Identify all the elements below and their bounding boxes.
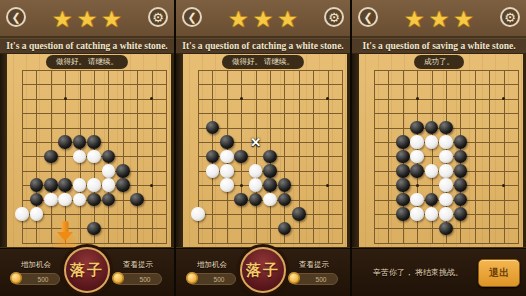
black-stone bbox=[396, 178, 410, 192]
panel-2: ❮ ★★★ ⚙ It's a question of catching a wh… bbox=[176, 0, 352, 296]
place-stone-label: 落子 bbox=[246, 261, 280, 280]
cost-amount: 500 bbox=[203, 274, 235, 284]
white-stone bbox=[263, 193, 277, 207]
coin-icon bbox=[10, 272, 22, 284]
black-stone bbox=[454, 178, 468, 192]
back-icon: ❮ bbox=[363, 12, 372, 23]
settings-button[interactable]: ⚙ bbox=[500, 7, 520, 27]
black-stone bbox=[454, 207, 468, 221]
star-rating: ★★★ bbox=[228, 8, 298, 31]
view-hint-label: 查看提示 bbox=[123, 260, 153, 270]
star-point bbox=[502, 184, 505, 187]
exit-button[interactable]: 退出 bbox=[478, 259, 520, 287]
view-hint-button[interactable]: 查看提示 500 bbox=[284, 260, 344, 285]
star-point bbox=[240, 184, 243, 187]
white-stone bbox=[439, 135, 453, 149]
gear-icon: ⚙ bbox=[152, 11, 164, 24]
gear-icon: ⚙ bbox=[504, 11, 516, 24]
black-stone bbox=[73, 135, 87, 149]
white-stone bbox=[249, 164, 263, 178]
go-board[interactable]: 做得好。 请继续。 ✕ bbox=[176, 54, 350, 252]
panel-1: ❮ ★★★ ⚙ It's a question of catching a wh… bbox=[0, 0, 176, 296]
black-stone bbox=[220, 135, 234, 149]
black-stone bbox=[439, 222, 453, 236]
status-pill: 成功了。 bbox=[414, 55, 464, 69]
gear-icon: ⚙ bbox=[328, 11, 340, 24]
view-hint-button[interactable]: 查看提示 500 bbox=[108, 260, 168, 285]
black-stone bbox=[87, 193, 101, 207]
placement-cursor-x[interactable]: ✕ bbox=[250, 136, 261, 149]
white-stone bbox=[425, 135, 439, 149]
add-chance-button[interactable]: 增加机会 500 bbox=[182, 260, 242, 285]
star-rating: ★★★ bbox=[52, 8, 122, 31]
settings-button[interactable]: ⚙ bbox=[148, 7, 168, 27]
question-text: It's a question of catching a white ston… bbox=[182, 41, 344, 51]
white-stone bbox=[439, 178, 453, 192]
star-icon: ★ bbox=[453, 8, 474, 31]
star-icon: ★ bbox=[228, 8, 249, 31]
board-frame bbox=[0, 54, 7, 252]
cost-amount: 500 bbox=[129, 274, 161, 284]
black-stone bbox=[439, 121, 453, 135]
black-stone bbox=[87, 135, 101, 149]
star-point bbox=[150, 184, 153, 187]
panel2-header: ❮ ★★★ ⚙ bbox=[176, 0, 350, 38]
white-stone bbox=[425, 164, 439, 178]
star-icon: ★ bbox=[77, 8, 98, 31]
board-frame bbox=[176, 54, 183, 252]
black-stone bbox=[116, 178, 130, 192]
question-bar: It's a question of catching a white ston… bbox=[0, 38, 174, 54]
status-pill: 做得好。 请继续。 bbox=[222, 55, 304, 69]
black-stone bbox=[263, 178, 277, 192]
white-stone bbox=[102, 164, 116, 178]
black-stone bbox=[44, 178, 58, 192]
white-stone bbox=[206, 164, 220, 178]
white-stone bbox=[87, 150, 101, 164]
black-stone bbox=[263, 164, 277, 178]
board-frame bbox=[352, 54, 359, 252]
black-stone bbox=[30, 178, 44, 192]
white-stone bbox=[220, 150, 234, 164]
white-stone bbox=[87, 178, 101, 192]
coin-icon bbox=[186, 272, 198, 284]
place-stone-button[interactable]: 落子 bbox=[64, 247, 110, 293]
white-stone bbox=[220, 164, 234, 178]
question-text: It's a question of saving a white stone. bbox=[362, 41, 515, 51]
go-board[interactable]: 成功了。 bbox=[352, 54, 526, 252]
back-icon: ❮ bbox=[11, 12, 20, 23]
black-stone bbox=[396, 135, 410, 149]
go-puzzle-app: ❮ ★★★ ⚙ It's a question of catching a wh… bbox=[0, 0, 526, 296]
star-icon: ★ bbox=[429, 8, 450, 31]
panel-3: ❮ ★★★ ⚙ It's a question of saving a whit… bbox=[352, 0, 526, 296]
panel3-header: ❮ ★★★ ⚙ bbox=[352, 0, 526, 38]
white-stone bbox=[439, 164, 453, 178]
arrow-head bbox=[57, 232, 73, 241]
white-stone bbox=[102, 178, 116, 192]
star-point bbox=[326, 184, 329, 187]
panel1-header: ❮ ★★★ ⚙ bbox=[0, 0, 174, 38]
white-stone bbox=[439, 207, 453, 221]
black-stone bbox=[396, 150, 410, 164]
star-point bbox=[416, 184, 419, 187]
black-stone bbox=[396, 207, 410, 221]
black-stone bbox=[410, 164, 424, 178]
black-stone bbox=[292, 207, 306, 221]
place-stone-button[interactable]: 落子 bbox=[240, 247, 286, 293]
back-icon: ❮ bbox=[187, 12, 196, 23]
black-stone bbox=[58, 135, 72, 149]
action-bar: 增加机会 500 落子 查看提示 500 bbox=[176, 248, 350, 296]
white-stone bbox=[439, 193, 453, 207]
white-stone bbox=[191, 207, 205, 221]
add-chance-label: 增加机会 bbox=[21, 260, 51, 270]
star-icon: ★ bbox=[52, 8, 73, 31]
cost-pill: 500 bbox=[290, 273, 338, 285]
board-frame bbox=[347, 54, 350, 252]
back-button[interactable]: ❮ bbox=[182, 7, 202, 27]
board-frame bbox=[171, 54, 174, 252]
cost-pill: 500 bbox=[114, 273, 162, 285]
white-stone bbox=[220, 178, 234, 192]
white-stone bbox=[425, 207, 439, 221]
white-stone bbox=[410, 207, 424, 221]
star-icon: ★ bbox=[101, 8, 122, 31]
cost-amount: 500 bbox=[305, 274, 337, 284]
white-stone bbox=[44, 193, 58, 207]
black-stone bbox=[396, 164, 410, 178]
end-message: 辛苦你了， 将结束挑战。 bbox=[358, 267, 478, 278]
white-stone bbox=[439, 150, 453, 164]
cost-pill: 500 bbox=[12, 273, 60, 285]
add-chance-button[interactable]: 增加机会 500 bbox=[6, 260, 66, 285]
white-stone bbox=[30, 207, 44, 221]
black-stone bbox=[396, 193, 410, 207]
coin-icon bbox=[288, 272, 300, 284]
black-stone bbox=[454, 164, 468, 178]
question-text: It's a question of catching a white ston… bbox=[6, 41, 168, 51]
question-bar: It's a question of saving a white stone. bbox=[352, 38, 526, 54]
go-board[interactable]: 做得好。 请继续。 bbox=[0, 54, 174, 252]
white-stone bbox=[410, 135, 424, 149]
star-icon: ★ bbox=[404, 8, 425, 31]
cost-pill: 500 bbox=[188, 273, 236, 285]
black-stone bbox=[58, 178, 72, 192]
star-icon: ★ bbox=[277, 8, 298, 31]
place-stone-label: 落子 bbox=[70, 261, 104, 280]
black-stone bbox=[116, 164, 130, 178]
black-stone bbox=[234, 150, 248, 164]
black-stone bbox=[278, 178, 292, 192]
back-button[interactable]: ❮ bbox=[6, 7, 26, 27]
question-bar: It's a question of catching a white ston… bbox=[176, 38, 350, 54]
back-button[interactable]: ❮ bbox=[358, 7, 378, 27]
black-stone bbox=[87, 222, 101, 236]
black-stone bbox=[263, 150, 277, 164]
status-pill: 做得好。 请继续。 bbox=[46, 55, 128, 69]
black-stone bbox=[454, 135, 468, 149]
white-stone bbox=[410, 150, 424, 164]
black-stone bbox=[44, 150, 58, 164]
white-stone bbox=[15, 207, 29, 221]
settings-button[interactable]: ⚙ bbox=[324, 7, 344, 27]
cost-amount: 500 bbox=[27, 274, 59, 284]
action-bar: 增加机会 500 落子 查看提示 500 bbox=[0, 248, 174, 296]
result-bar: 辛苦你了， 将结束挑战。 退出 bbox=[352, 248, 526, 296]
add-chance-label: 增加机会 bbox=[197, 260, 227, 270]
view-hint-label: 查看提示 bbox=[299, 260, 329, 270]
star-icon: ★ bbox=[253, 8, 274, 31]
star-rating: ★★★ bbox=[404, 8, 474, 31]
coin-icon bbox=[112, 272, 124, 284]
